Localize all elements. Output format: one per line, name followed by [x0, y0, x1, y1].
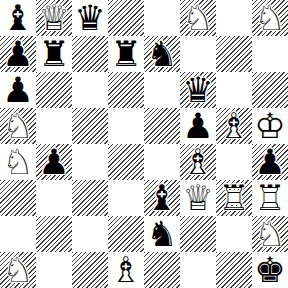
- white-knight: ♞♘: [0, 252, 36, 288]
- white-queen: ♛♕: [36, 0, 72, 36]
- square-a2[interactable]: [0, 216, 36, 252]
- square-g7[interactable]: [216, 36, 252, 72]
- square-b3[interactable]: [36, 180, 72, 216]
- white-knight: ♞♘: [252, 0, 288, 36]
- square-b2[interactable]: [36, 216, 72, 252]
- black-pawn-glyph: ♟: [180, 108, 216, 144]
- square-a6[interactable]: ♟: [0, 72, 36, 108]
- black-pawn: ♟: [252, 144, 288, 180]
- square-c2[interactable]: [72, 216, 108, 252]
- square-c8[interactable]: ♛: [72, 0, 108, 36]
- black-pawn: ♟: [180, 108, 216, 144]
- square-d2[interactable]: [108, 216, 144, 252]
- square-a3[interactable]: [0, 180, 36, 216]
- square-c5[interactable]: [72, 108, 108, 144]
- black-bishop: ♝: [0, 0, 36, 36]
- square-f5[interactable]: ♟: [180, 108, 216, 144]
- white-bishop-glyph: ♗: [216, 108, 252, 144]
- black-pawn-glyph: ♟: [36, 144, 72, 180]
- square-h2[interactable]: ♞♘: [252, 216, 288, 252]
- square-d6[interactable]: [108, 72, 144, 108]
- square-g6[interactable]: [216, 72, 252, 108]
- square-g4[interactable]: [216, 144, 252, 180]
- square-e3[interactable]: ♝: [144, 180, 180, 216]
- white-bishop: ♝♗: [180, 144, 216, 180]
- square-f1[interactable]: [180, 252, 216, 288]
- white-knight-glyph: ♘: [0, 144, 36, 180]
- square-e2[interactable]: ♞: [144, 216, 180, 252]
- square-h3[interactable]: ♜♖: [252, 180, 288, 216]
- black-rook-glyph: ♜: [36, 36, 72, 72]
- square-f7[interactable]: [180, 36, 216, 72]
- white-king: ♚♔: [252, 108, 288, 144]
- square-g5[interactable]: ♝♗: [216, 108, 252, 144]
- black-bishop-glyph: ♝: [0, 0, 36, 36]
- black-pawn-glyph: ♟: [0, 72, 36, 108]
- square-h4[interactable]: ♟: [252, 144, 288, 180]
- black-rook: ♜: [36, 36, 72, 72]
- square-e6[interactable]: [144, 72, 180, 108]
- white-knight-glyph: ♘: [180, 0, 216, 36]
- white-knight-glyph: ♘: [0, 252, 36, 288]
- square-d3[interactable]: [108, 180, 144, 216]
- square-a8[interactable]: ♝: [0, 0, 36, 36]
- square-g8[interactable]: [216, 0, 252, 36]
- square-e1[interactable]: [144, 252, 180, 288]
- square-f3[interactable]: ♛♕: [180, 180, 216, 216]
- black-pawn: ♟: [0, 72, 36, 108]
- black-pawn: ♟: [36, 144, 72, 180]
- square-h7[interactable]: [252, 36, 288, 72]
- square-d4[interactable]: [108, 144, 144, 180]
- square-c6[interactable]: [72, 72, 108, 108]
- square-g2[interactable]: [216, 216, 252, 252]
- square-d7[interactable]: ♜: [108, 36, 144, 72]
- black-pawn-glyph: ♟: [0, 36, 36, 72]
- chess-board-grid: ♝♛♕♛♞♘♞♘♟♜♜♞♟♛♞♘♟♝♗♚♔♞♘♟♝♗♟♝♛♕♜♖♜♖♞♞♘♞♘♝…: [0, 0, 288, 288]
- square-b8[interactable]: ♛♕: [36, 0, 72, 36]
- square-h5[interactable]: ♚♔: [252, 108, 288, 144]
- square-a7[interactable]: ♟: [0, 36, 36, 72]
- square-b6[interactable]: [36, 72, 72, 108]
- square-d5[interactable]: [108, 108, 144, 144]
- black-queen-glyph: ♛: [180, 72, 216, 108]
- square-f8[interactable]: ♞♘: [180, 0, 216, 36]
- white-bishop-glyph: ♗: [180, 144, 216, 180]
- square-g3[interactable]: ♜♖: [216, 180, 252, 216]
- black-pawn: ♟: [0, 36, 36, 72]
- square-g1[interactable]: [216, 252, 252, 288]
- square-e8[interactable]: [144, 0, 180, 36]
- white-knight-glyph: ♘: [252, 216, 288, 252]
- black-bishop: ♝: [144, 180, 180, 216]
- white-rook: ♜♖: [252, 180, 288, 216]
- white-king-glyph: ♔: [252, 108, 288, 144]
- black-king-glyph: ♚: [252, 252, 288, 288]
- white-knight-glyph: ♘: [0, 108, 36, 144]
- square-c7[interactable]: [72, 36, 108, 72]
- white-knight: ♞♘: [0, 108, 36, 144]
- square-a1[interactable]: ♞♘: [0, 252, 36, 288]
- white-bishop: ♝♗: [108, 252, 144, 288]
- square-h8[interactable]: ♞♘: [252, 0, 288, 36]
- white-knight: ♞♘: [180, 0, 216, 36]
- white-queen-glyph: ♕: [180, 180, 216, 216]
- black-rook: ♜: [108, 36, 144, 72]
- white-bishop: ♝♗: [216, 108, 252, 144]
- square-b7[interactable]: ♜: [36, 36, 72, 72]
- chess-board: ♝♛♕♛♞♘♞♘♟♜♜♞♟♛♞♘♟♝♗♚♔♞♘♟♝♗♟♝♛♕♜♖♜♖♞♞♘♞♘♝…: [0, 0, 288, 288]
- black-knight-glyph: ♞: [144, 216, 180, 252]
- square-f2[interactable]: [180, 216, 216, 252]
- square-e4[interactable]: [144, 144, 180, 180]
- black-knight-glyph: ♞: [144, 36, 180, 72]
- white-bishop-glyph: ♗: [108, 252, 144, 288]
- square-f6[interactable]: ♛: [180, 72, 216, 108]
- square-e5[interactable]: [144, 108, 180, 144]
- white-knight: ♞♘: [252, 216, 288, 252]
- square-c1[interactable]: [72, 252, 108, 288]
- square-e7[interactable]: ♞: [144, 36, 180, 72]
- square-c4[interactable]: [72, 144, 108, 180]
- black-pawn-glyph: ♟: [252, 144, 288, 180]
- black-bishop-glyph: ♝: [144, 180, 180, 216]
- square-d8[interactable]: [108, 0, 144, 36]
- square-f4[interactable]: ♝♗: [180, 144, 216, 180]
- black-queen-glyph: ♛: [72, 0, 108, 36]
- black-king: ♚: [252, 252, 288, 288]
- square-a4[interactable]: ♞♘: [0, 144, 36, 180]
- square-a5[interactable]: ♞♘: [0, 108, 36, 144]
- white-rook: ♜♖: [216, 180, 252, 216]
- white-queen-glyph: ♕: [36, 0, 72, 36]
- square-b1[interactable]: [36, 252, 72, 288]
- square-d1[interactable]: ♝♗: [108, 252, 144, 288]
- square-b5[interactable]: [36, 108, 72, 144]
- black-rook-glyph: ♜: [108, 36, 144, 72]
- white-rook-glyph: ♖: [252, 180, 288, 216]
- white-knight-glyph: ♘: [252, 0, 288, 36]
- square-h1[interactable]: ♚: [252, 252, 288, 288]
- black-queen: ♛: [72, 0, 108, 36]
- square-b4[interactable]: ♟: [36, 144, 72, 180]
- black-knight: ♞: [144, 216, 180, 252]
- white-knight: ♞♘: [0, 144, 36, 180]
- square-c3[interactable]: [72, 180, 108, 216]
- square-h6[interactable]: [252, 72, 288, 108]
- black-queen: ♛: [180, 72, 216, 108]
- white-queen: ♛♕: [180, 180, 216, 216]
- white-rook-glyph: ♖: [216, 180, 252, 216]
- black-knight: ♞: [144, 36, 180, 72]
